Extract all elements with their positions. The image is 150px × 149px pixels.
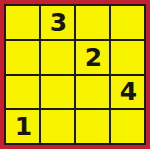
sudoku-board: 3 2 4 1 bbox=[4, 4, 146, 145]
cell-r4c3[interactable] bbox=[76, 110, 109, 143]
cell-r4c1[interactable]: 1 bbox=[6, 110, 39, 143]
cell-r4c4[interactable] bbox=[111, 110, 144, 143]
cell-r3c4[interactable]: 4 bbox=[111, 76, 144, 109]
cell-r3c3[interactable] bbox=[76, 76, 109, 109]
cell-r2c3[interactable]: 2 bbox=[76, 41, 109, 74]
cell-r3c1[interactable] bbox=[6, 76, 39, 109]
cell-r2c1[interactable] bbox=[6, 41, 39, 74]
cell-r2c4[interactable] bbox=[111, 41, 144, 74]
cell-r2c2[interactable] bbox=[41, 41, 74, 74]
cell-r1c3[interactable] bbox=[76, 6, 109, 39]
cell-r1c2[interactable]: 3 bbox=[41, 6, 74, 39]
cell-r3c2[interactable] bbox=[41, 76, 74, 109]
board-frame: 3 2 4 1 bbox=[0, 0, 150, 149]
cell-r1c4[interactable] bbox=[111, 6, 144, 39]
cell-r1c1[interactable] bbox=[6, 6, 39, 39]
cell-r4c2[interactable] bbox=[41, 110, 74, 143]
